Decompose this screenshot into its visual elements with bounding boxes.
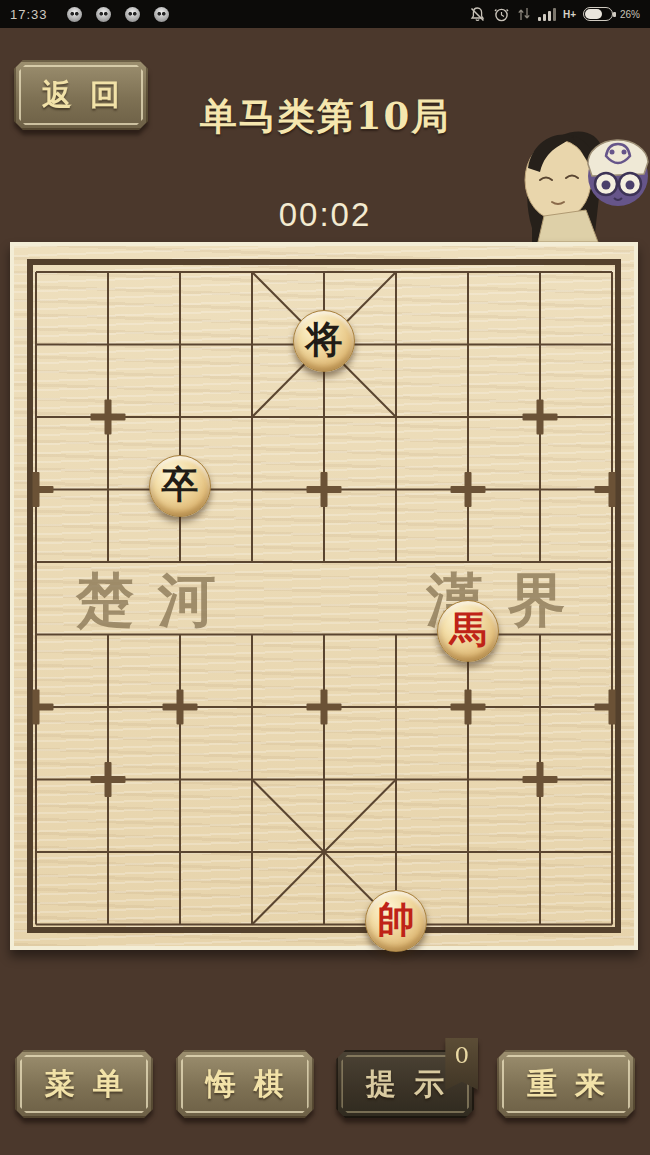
alarm-clock-icon [493,6,510,23]
battery-percent: 26% [620,9,640,20]
hint-button-label: 提示 [348,1064,462,1105]
bottom-toolbar: 菜单 悔棋 提示 0 重来 [0,1050,650,1130]
menu-button[interactable]: 菜单 [15,1050,153,1118]
data-updown-icon [517,6,531,22]
battery-icon [583,7,613,21]
piece-red[interactable]: 馬 [437,600,499,662]
restart-button[interactable]: 重来 [497,1050,635,1118]
piece-red[interactable]: 帥 [365,890,427,952]
hint-button[interactable]: 提示 0 [336,1050,474,1118]
clock-time: 17:33 [10,7,48,22]
piece-black[interactable]: 卒 [149,455,211,517]
undo-button-label: 悔棋 [188,1064,302,1105]
undo-button[interactable]: 悔棋 [176,1050,314,1118]
restart-button-label: 重来 [509,1064,623,1105]
piece-grid: 将卒馬帥 [0,236,648,961]
notification-icons [67,7,169,22]
menu-button-label: 菜单 [27,1064,141,1105]
app-notification-icon [154,7,169,22]
xiangqi-board[interactable]: 楚河 漢界 将卒馬帥 [10,242,638,950]
app-notification-icon [96,7,111,22]
character-illustration [502,118,650,242]
signal-strength-icon [538,8,556,21]
app-notification-icon [125,7,140,22]
bell-muted-icon [469,6,486,23]
status-bar: 17:33 H+ 26% [0,0,650,28]
network-type-label: H+ [563,9,576,20]
app-notification-icon [67,7,82,22]
piece-black[interactable]: 将 [293,310,355,372]
